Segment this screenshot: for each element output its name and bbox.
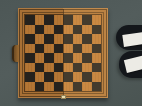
board-square-h3[interactable] — [92, 63, 102, 73]
board-square-b6[interactable] — [35, 34, 45, 44]
board-square-h7[interactable] — [92, 25, 102, 35]
board-square-b8[interactable] — [35, 15, 45, 25]
board-square-d3[interactable] — [54, 63, 64, 73]
photo-scene — [0, 0, 142, 106]
board-square-g1[interactable] — [82, 82, 92, 92]
board-square-b2[interactable] — [35, 72, 45, 82]
board-square-f5[interactable] — [73, 44, 83, 54]
board-square-h8[interactable] — [92, 15, 102, 25]
board-square-g7[interactable] — [82, 25, 92, 35]
board-square-c5[interactable] — [44, 44, 54, 54]
board-square-d4[interactable] — [54, 53, 64, 63]
board-square-d8[interactable] — [54, 15, 64, 25]
board-square-e1[interactable] — [63, 82, 73, 92]
board-square-e7[interactable] — [63, 25, 73, 35]
board-square-b5[interactable] — [35, 44, 45, 54]
board-square-a5[interactable] — [25, 44, 35, 54]
board-square-c7[interactable] — [44, 25, 54, 35]
board-square-b3[interactable] — [35, 63, 45, 73]
board-square-c8[interactable] — [44, 15, 54, 25]
board-square-a8[interactable] — [25, 15, 35, 25]
board-square-g8[interactable] — [82, 15, 92, 25]
board-square-e6[interactable] — [63, 34, 73, 44]
board-square-h2[interactable] — [92, 72, 102, 82]
board-square-d6[interactable] — [54, 34, 64, 44]
board-square-h5[interactable] — [92, 44, 102, 54]
board-square-f7[interactable] — [73, 25, 83, 35]
board-square-a4[interactable] — [25, 53, 35, 63]
checkers-board — [18, 8, 108, 98]
board-square-b7[interactable] — [35, 25, 45, 35]
board-square-c6[interactable] — [44, 34, 54, 44]
board-square-c2[interactable] — [44, 72, 54, 82]
board-square-a3[interactable] — [25, 63, 35, 73]
board-square-g2[interactable] — [82, 72, 92, 82]
board-square-g5[interactable] — [82, 44, 92, 54]
board-square-f3[interactable] — [73, 63, 83, 73]
board-square-e4[interactable] — [63, 53, 73, 63]
board-grid — [24, 14, 102, 92]
board-square-g6[interactable] — [82, 34, 92, 44]
board-square-e8[interactable] — [63, 15, 73, 25]
board-square-f8[interactable] — [73, 15, 83, 25]
board-square-a7[interactable] — [25, 25, 35, 35]
board-square-h4[interactable] — [92, 53, 102, 63]
board-square-h6[interactable] — [92, 34, 102, 44]
sandal-bottom — [119, 51, 142, 78]
board-square-f6[interactable] — [73, 34, 83, 44]
board-square-b4[interactable] — [35, 53, 45, 63]
board-square-a6[interactable] — [25, 34, 35, 44]
board-square-f1[interactable] — [73, 82, 83, 92]
board-square-e2[interactable] — [63, 72, 73, 82]
board-square-d2[interactable] — [54, 72, 64, 82]
drawer-handle — [12, 45, 19, 62]
board-square-g3[interactable] — [82, 63, 92, 73]
board-square-a1[interactable] — [25, 82, 35, 92]
board-square-d5[interactable] — [54, 44, 64, 54]
board-square-f4[interactable] — [73, 53, 83, 63]
board-square-c3[interactable] — [44, 63, 54, 73]
board-square-d1[interactable] — [54, 82, 64, 92]
board-square-e5[interactable] — [63, 44, 73, 54]
sandal-strap — [124, 54, 142, 73]
board-square-a2[interactable] — [25, 72, 35, 82]
board-square-b1[interactable] — [35, 82, 45, 92]
board-square-c1[interactable] — [44, 82, 54, 92]
board-square-f2[interactable] — [73, 72, 83, 82]
board-square-e3[interactable] — [63, 63, 73, 73]
brass-clasp — [61, 95, 66, 99]
sandal-top — [116, 25, 142, 50]
sandal-strap — [122, 31, 142, 47]
board-square-c4[interactable] — [44, 53, 54, 63]
board-square-d7[interactable] — [54, 25, 64, 35]
board-square-g4[interactable] — [82, 53, 92, 63]
board-square-h1[interactable] — [92, 82, 102, 92]
